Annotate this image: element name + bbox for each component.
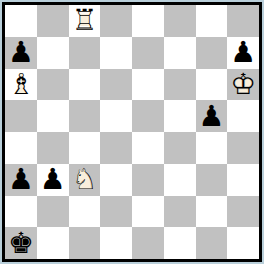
white-knight-glyph: ♘	[71, 165, 97, 194]
square-d6[interactable]	[100, 69, 132, 101]
square-e1[interactable]	[132, 227, 164, 259]
square-d5[interactable]	[100, 100, 132, 132]
white-king-glyph: ♔	[230, 70, 256, 99]
square-e5[interactable]	[132, 100, 164, 132]
square-h4[interactable]	[227, 132, 259, 164]
square-d4[interactable]	[100, 132, 132, 164]
square-a7[interactable]: ♟	[5, 37, 37, 69]
square-a8[interactable]	[5, 5, 37, 37]
square-g6[interactable]	[196, 69, 228, 101]
black-pawn-glyph: ♟	[8, 38, 34, 67]
square-b8[interactable]	[37, 5, 69, 37]
square-e8[interactable]	[132, 5, 164, 37]
square-f1[interactable]	[164, 227, 196, 259]
square-a1[interactable]: ♚	[5, 227, 37, 259]
square-g1[interactable]	[196, 227, 228, 259]
square-h3[interactable]	[227, 164, 259, 196]
square-d3[interactable]	[100, 164, 132, 196]
square-b7[interactable]	[37, 37, 69, 69]
black-pawn-glyph: ♟	[230, 38, 256, 67]
square-g2[interactable]	[196, 196, 228, 228]
square-g8[interactable]	[196, 5, 228, 37]
square-c7[interactable]	[69, 37, 101, 69]
square-d8[interactable]	[100, 5, 132, 37]
square-f2[interactable]	[164, 196, 196, 228]
square-a4[interactable]	[5, 132, 37, 164]
black-pawn-glyph: ♟	[198, 102, 224, 131]
square-b1[interactable]	[37, 227, 69, 259]
square-e6[interactable]	[132, 69, 164, 101]
square-h6[interactable]: ♚♔	[227, 69, 259, 101]
square-c5[interactable]	[69, 100, 101, 132]
square-f3[interactable]	[164, 164, 196, 196]
black-king-glyph: ♚	[8, 229, 34, 258]
square-h7[interactable]: ♟	[227, 37, 259, 69]
square-c2[interactable]	[69, 196, 101, 228]
square-g4[interactable]	[196, 132, 228, 164]
square-f5[interactable]	[164, 100, 196, 132]
white-rook: ♜♖	[71, 6, 97, 35]
square-c1[interactable]	[69, 227, 101, 259]
square-h2[interactable]	[227, 196, 259, 228]
black-pawn-glyph: ♟	[8, 165, 34, 194]
square-f6[interactable]	[164, 69, 196, 101]
square-c6[interactable]	[69, 69, 101, 101]
square-e2[interactable]	[132, 196, 164, 228]
square-b5[interactable]	[37, 100, 69, 132]
square-a2[interactable]	[5, 196, 37, 228]
square-f7[interactable]	[164, 37, 196, 69]
square-h1[interactable]	[227, 227, 259, 259]
square-d1[interactable]	[100, 227, 132, 259]
square-c4[interactable]	[69, 132, 101, 164]
square-a6[interactable]: ♝♗	[5, 69, 37, 101]
square-a5[interactable]	[5, 100, 37, 132]
square-c8[interactable]: ♜♖	[69, 5, 101, 37]
white-bishop-glyph: ♗	[8, 70, 34, 99]
square-h5[interactable]	[227, 100, 259, 132]
white-bishop: ♝♗	[8, 70, 34, 99]
square-b2[interactable]	[37, 196, 69, 228]
board-frame: ♜♖♟♟♝♗♚♔♟♟♟♞♘♚	[0, 0, 264, 264]
square-b4[interactable]	[37, 132, 69, 164]
black-king: ♚	[8, 229, 34, 258]
square-f8[interactable]	[164, 5, 196, 37]
black-pawn: ♟	[198, 102, 224, 131]
white-rook-glyph: ♖	[71, 6, 97, 35]
square-b6[interactable]	[37, 69, 69, 101]
square-d7[interactable]	[100, 37, 132, 69]
square-g5[interactable]: ♟	[196, 100, 228, 132]
chess-board: ♜♖♟♟♝♗♚♔♟♟♟♞♘♚	[2, 2, 262, 262]
square-h8[interactable]	[227, 5, 259, 37]
square-e4[interactable]	[132, 132, 164, 164]
black-pawn: ♟	[8, 38, 34, 67]
square-e7[interactable]	[132, 37, 164, 69]
black-pawn-glyph: ♟	[40, 165, 66, 194]
black-pawn: ♟	[40, 165, 66, 194]
square-a3[interactable]: ♟	[5, 164, 37, 196]
square-f4[interactable]	[164, 132, 196, 164]
white-knight: ♞♘	[71, 165, 97, 194]
square-c3[interactable]: ♞♘	[69, 164, 101, 196]
square-g3[interactable]	[196, 164, 228, 196]
black-pawn: ♟	[8, 165, 34, 194]
square-d2[interactable]	[100, 196, 132, 228]
square-e3[interactable]	[132, 164, 164, 196]
white-king: ♚♔	[230, 70, 256, 99]
square-g7[interactable]	[196, 37, 228, 69]
square-b3[interactable]: ♟	[37, 164, 69, 196]
black-pawn: ♟	[230, 38, 256, 67]
